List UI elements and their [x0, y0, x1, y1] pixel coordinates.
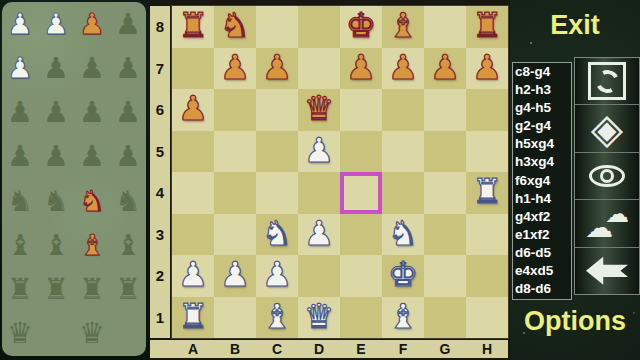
diamond-icon: ◈	[591, 108, 623, 150]
move-entry: g2-g4	[513, 117, 571, 135]
tray-cell: ♝	[38, 223, 74, 267]
tray-shadow-pawn: ♟	[79, 142, 105, 171]
tray-cell: ♞	[2, 179, 38, 223]
tray-cell: ♝	[2, 223, 38, 267]
tray-shadow-rook: ♜	[115, 275, 141, 304]
tray-shadow-pawn: ♟	[115, 10, 141, 39]
square-e2[interactable]	[340, 255, 382, 297]
white-bishop: ♝	[262, 299, 292, 333]
move-entry: d6-d5	[513, 244, 571, 262]
eye-icon	[588, 163, 626, 189]
tray-shadow-bishop: ♝	[115, 231, 141, 260]
tray-white-pawn: ♟	[43, 10, 69, 39]
file-label-e: E	[340, 340, 382, 358]
tray-cell: ♞	[110, 179, 146, 223]
move-entry: h5xg4	[513, 135, 571, 153]
tray-cell: ♜	[74, 268, 110, 312]
toolbar: ◈ ☁☁	[574, 57, 640, 295]
white-king: ♚	[388, 257, 418, 291]
captured-pieces-tray: ♟♟♟♟♟♟♟♟♟♟♟♟♟♟♟♟♞♞♞♞♝♝♝♝♜♜♜♜♛♛	[2, 2, 146, 356]
square-c4[interactable]	[256, 172, 298, 214]
clouds-button[interactable]: ☁☁	[575, 199, 639, 246]
square-a3[interactable]	[172, 214, 214, 256]
square-c5[interactable]	[256, 131, 298, 173]
chess-app: ♟♟♟♟♟♟♟♟♟♟♟♟♟♟♟♟♞♞♞♞♝♝♝♝♜♜♜♜♛♛ 87654321 …	[0, 0, 640, 360]
tray-cell: ♟	[74, 135, 110, 179]
tray-shadow-pawn: ♟	[43, 142, 69, 171]
square-h6[interactable]	[466, 89, 508, 131]
white-pawn: ♟	[304, 133, 334, 167]
white-bishop: ♝	[388, 299, 418, 333]
tray-white-pawn: ♟	[7, 54, 33, 83]
tray-cell: ♟	[110, 2, 146, 46]
red-knight: ♞	[220, 8, 250, 42]
tray-cell: ♟	[74, 46, 110, 90]
rotate-button[interactable]	[575, 58, 639, 104]
file-label-a: A	[172, 340, 214, 358]
square-f1[interactable]: ♝	[382, 297, 424, 339]
red-pawn: ♟	[178, 91, 208, 125]
white-knight: ♞	[388, 216, 418, 250]
white-queen: ♛	[304, 299, 334, 333]
tray-cell: ♟	[2, 135, 38, 179]
square-b6[interactable]	[214, 89, 256, 131]
square-b2[interactable]: ♟	[214, 255, 256, 297]
move-entry: h3xg4	[513, 153, 571, 171]
rank-label-6: 6	[150, 89, 170, 131]
rank-label-4: 4	[150, 172, 170, 214]
square-d1[interactable]: ♛	[298, 297, 340, 339]
rank-label-7: 7	[150, 48, 170, 90]
square-g8[interactable]	[424, 6, 466, 48]
square-e6[interactable]	[340, 89, 382, 131]
square-c3[interactable]: ♞	[256, 214, 298, 256]
square-e5[interactable]	[340, 131, 382, 173]
tray-shadow-pawn: ♟	[79, 98, 105, 127]
square-e7[interactable]: ♟	[340, 48, 382, 90]
move-entry: e4xd5	[513, 262, 571, 280]
square-a5[interactable]	[172, 131, 214, 173]
square-a6[interactable]: ♟	[172, 89, 214, 131]
tray-shadow-rook: ♜	[7, 275, 33, 304]
white-knight: ♞	[262, 216, 292, 250]
square-e1[interactable]	[340, 297, 382, 339]
tray-cell: ♟	[2, 2, 38, 46]
tray-cell: ♟	[110, 135, 146, 179]
tray-shadow-knight: ♞	[115, 187, 141, 216]
square-a8[interactable]: ♜	[172, 6, 214, 48]
square-a7[interactable]	[172, 48, 214, 90]
tray-shadow-bishop: ♝	[43, 231, 69, 260]
square-g7[interactable]: ♟	[424, 48, 466, 90]
tray-shadow-knight: ♞	[43, 187, 69, 216]
exit-button[interactable]: Exit	[510, 10, 640, 41]
tray-red-knight: ♞	[79, 187, 105, 216]
tray-shadow-pawn: ♟	[79, 54, 105, 83]
square-g4[interactable]	[424, 172, 466, 214]
rotate-icon	[588, 62, 626, 100]
move-entry: g4xf2	[513, 208, 571, 226]
white-pawn: ♟	[220, 257, 250, 291]
tray-red-pawn: ♟	[79, 10, 105, 39]
square-e3[interactable]	[340, 214, 382, 256]
file-label-d: D	[298, 340, 340, 358]
square-d6[interactable]: ♛	[298, 89, 340, 131]
tray-cell: ♟	[38, 91, 74, 135]
arrow-left-icon	[586, 257, 628, 285]
square-h2[interactable]	[466, 255, 508, 297]
square-h3[interactable]	[466, 214, 508, 256]
square-f3[interactable]: ♞	[382, 214, 424, 256]
chess-board: ♜♞♚♝♜♟♟♟♟♟♟♟♛♟♜♞♟♞♟♟♟♚♜♝♛♝	[172, 6, 508, 338]
white-pawn: ♟	[178, 257, 208, 291]
chess-board-panel: 87654321 ♜♞♚♝♜♟♟♟♟♟♟♟♛♟♜♞♟♞♟♟♟♚♜♝♛♝ ABCD…	[150, 0, 510, 360]
square-d8[interactable]	[298, 6, 340, 48]
tray-cell: ♟	[74, 2, 110, 46]
tray-shadow-pawn: ♟	[115, 98, 141, 127]
square-b1[interactable]	[214, 297, 256, 339]
tray-cell: ♟	[2, 46, 38, 90]
red-pawn: ♟	[346, 50, 376, 84]
tray-cell: ♞	[74, 179, 110, 223]
tray-cell: ♟	[74, 91, 110, 135]
tray-shadow-knight: ♞	[7, 187, 33, 216]
tray-shadow-pawn: ♟	[115, 142, 141, 171]
tray-cell	[38, 312, 74, 356]
rank-label-3: 3	[150, 214, 170, 256]
options-button[interactable]: Options	[510, 306, 640, 337]
move-entry: g4-h5	[513, 99, 571, 117]
square-c7[interactable]: ♟	[256, 48, 298, 90]
file-label-c: C	[256, 340, 298, 358]
square-e8[interactable]: ♚	[340, 6, 382, 48]
move-list: c8-g4h2-h3g4-h5g2-g4h5xg4h3xg4f6xg4h1-h4…	[512, 62, 572, 300]
tray-cell: ♟	[38, 2, 74, 46]
move-entry: f6xg4	[513, 172, 571, 190]
tray-shadow-pawn: ♟	[7, 98, 33, 127]
square-b5[interactable]	[214, 131, 256, 173]
tray-shadow-queen: ♛	[7, 319, 33, 348]
red-pawn: ♟	[430, 50, 460, 84]
square-g5[interactable]	[424, 131, 466, 173]
white-pawn: ♟	[262, 257, 292, 291]
tray-cell: ♛	[74, 312, 110, 356]
tray-shadow-bishop: ♝	[7, 231, 33, 260]
tray-shadow-rook: ♜	[43, 275, 69, 304]
rank-label-2: 2	[150, 255, 170, 297]
undo-button[interactable]	[575, 247, 639, 294]
red-pawn: ♟	[472, 50, 502, 84]
square-b7[interactable]: ♟	[214, 48, 256, 90]
tray-shadow-pawn: ♟	[43, 98, 69, 127]
square-f2[interactable]: ♚	[382, 255, 424, 297]
square-f6[interactable]	[382, 89, 424, 131]
square-c6[interactable]	[256, 89, 298, 131]
eye-button[interactable]	[575, 152, 639, 199]
white-rook: ♜	[472, 174, 502, 208]
clouds-icon: ☁☁	[585, 204, 629, 242]
square-f7[interactable]: ♟	[382, 48, 424, 90]
square-f4[interactable]	[382, 172, 424, 214]
square-g6[interactable]	[424, 89, 466, 131]
square-c8[interactable]	[256, 6, 298, 48]
red-pawn: ♟	[388, 50, 418, 84]
red-queen: ♛	[304, 91, 334, 125]
file-label-f: F	[382, 340, 424, 358]
tray-cell	[110, 312, 146, 356]
rank-label-5: 5	[150, 131, 170, 173]
square-e4[interactable]	[340, 172, 382, 214]
tray-cell: ♜	[110, 268, 146, 312]
white-pawn: ♟	[304, 216, 334, 250]
rank-label-1: 1	[150, 297, 170, 339]
tray-shadow-pawn: ♟	[115, 54, 141, 83]
square-f5[interactable]	[382, 131, 424, 173]
tray-shadow-queen: ♛	[79, 319, 105, 348]
red-pawn: ♟	[262, 50, 292, 84]
tray-cell: ♟	[38, 135, 74, 179]
tray-shadow-pawn: ♟	[7, 142, 33, 171]
square-h8[interactable]: ♜	[466, 6, 508, 48]
tray-cell: ♛	[2, 312, 38, 356]
tray-shadow-pawn: ♟	[43, 54, 69, 83]
move-entry: e1xf2	[513, 226, 571, 244]
file-label-g: G	[424, 340, 466, 358]
square-b3[interactable]	[214, 214, 256, 256]
square-f8[interactable]: ♝	[382, 6, 424, 48]
file-labels: ABCDEFGH	[150, 340, 508, 358]
file-label-b: B	[214, 340, 256, 358]
square-h7[interactable]: ♟	[466, 48, 508, 90]
square-d2[interactable]	[298, 255, 340, 297]
red-rook: ♜	[472, 8, 502, 42]
square-c2[interactable]: ♟	[256, 255, 298, 297]
square-g2[interactable]	[424, 255, 466, 297]
red-pawn: ♟	[220, 50, 250, 84]
square-d4[interactable]	[298, 172, 340, 214]
tray-cell: ♞	[38, 179, 74, 223]
tray-cell: ♟	[110, 91, 146, 135]
move-entry: h2-h3	[513, 81, 571, 99]
red-king: ♚	[346, 8, 376, 42]
square-h5[interactable]	[466, 131, 508, 173]
red-rook: ♜	[178, 8, 208, 42]
tray-red-bishop: ♝	[79, 231, 105, 260]
tray-cell: ♝	[110, 223, 146, 267]
white-rook: ♜	[178, 299, 208, 333]
diamond-button[interactable]: ◈	[575, 104, 639, 151]
move-entry: h1-h4	[513, 190, 571, 208]
square-d7[interactable]	[298, 48, 340, 90]
square-a4[interactable]	[172, 172, 214, 214]
tray-cell: ♜	[2, 268, 38, 312]
square-c1[interactable]: ♝	[256, 297, 298, 339]
square-b8[interactable]: ♞	[214, 6, 256, 48]
square-d3[interactable]: ♟	[298, 214, 340, 256]
file-label-h: H	[466, 340, 508, 358]
tray-cell: ♜	[38, 268, 74, 312]
rank-label-8: 8	[150, 6, 170, 48]
square-a2[interactable]: ♟	[172, 255, 214, 297]
square-a1[interactable]: ♜	[172, 297, 214, 339]
tray-shadow-rook: ♜	[79, 275, 105, 304]
square-b4[interactable]	[214, 172, 256, 214]
move-entry: c8-g4	[513, 63, 571, 81]
square-h1[interactable]	[466, 297, 508, 339]
tray-white-pawn: ♟	[7, 10, 33, 39]
square-h4[interactable]: ♜	[466, 172, 508, 214]
rank-labels: 87654321	[150, 6, 170, 338]
right-sidebar: Exit c8-g4h2-h3g4-h5g2-g4h5xg4h3xg4f6xg4…	[510, 0, 640, 360]
square-g3[interactable]	[424, 214, 466, 256]
tray-cell: ♟	[38, 46, 74, 90]
red-bishop: ♝	[388, 8, 418, 42]
tray-cell: ♝	[74, 223, 110, 267]
tray-cell: ♟	[2, 91, 38, 135]
move-entry: d8-d6	[513, 280, 571, 298]
square-d5[interactable]: ♟	[298, 131, 340, 173]
tray-cell: ♟	[110, 46, 146, 90]
square-g1[interactable]	[424, 297, 466, 339]
